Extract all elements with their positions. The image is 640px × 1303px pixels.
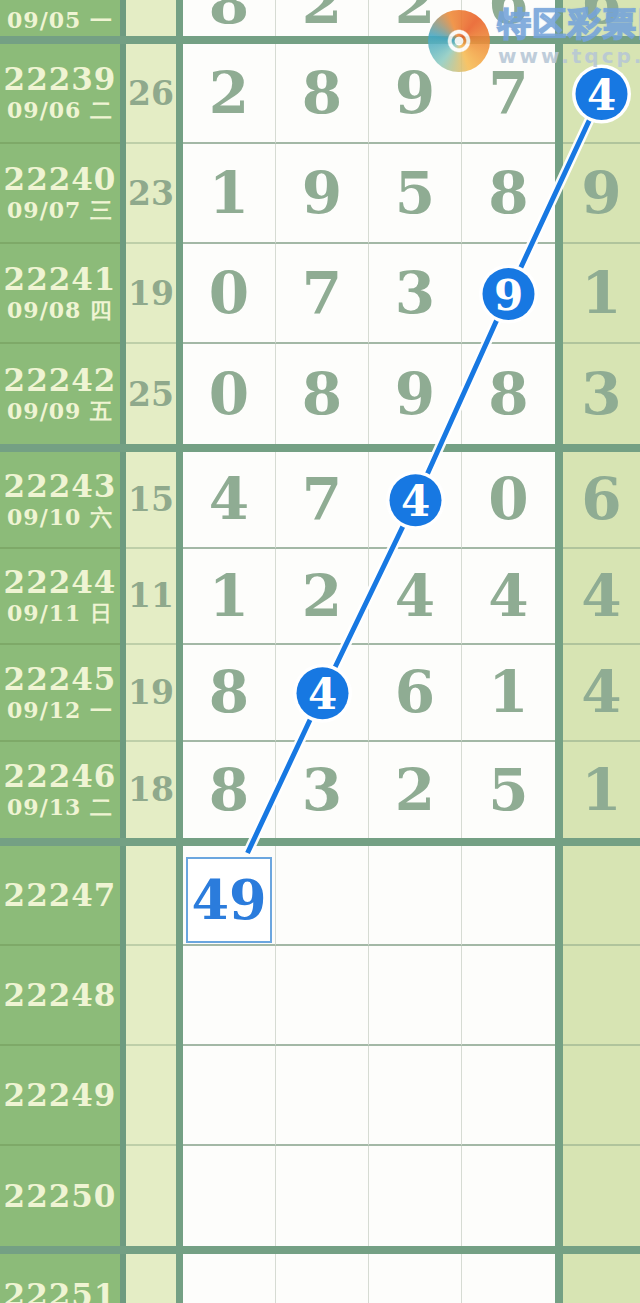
prediction-box: 49 — [186, 857, 272, 943]
group-separator — [0, 838, 640, 846]
digit-cell-d1 — [183, 1046, 276, 1146]
digit-cell-d3 — [369, 946, 462, 1046]
period-number: 22243 — [4, 469, 117, 503]
site-name: 特区彩票网 — [498, 6, 640, 42]
digit-cell-d2 — [276, 1146, 369, 1246]
weekday: 三 — [90, 198, 113, 223]
weekday: 日 — [90, 601, 113, 626]
sum-cell: 18 — [126, 742, 176, 839]
digit-value: 1 — [209, 164, 249, 222]
digit-value: 8 — [488, 365, 528, 423]
grid-right-border — [555, 742, 563, 839]
sum-cell: 25 — [126, 344, 176, 444]
grid-right-border — [555, 144, 563, 244]
grid-left-border — [176, 344, 183, 444]
period-label-cell: 22247 — [0, 846, 120, 946]
digit-value: 4 — [209, 470, 249, 528]
grid-right-border — [555, 344, 563, 444]
digit-cell-d2: 7 — [276, 452, 369, 549]
period-number: 22249 — [4, 1078, 117, 1112]
digit-cell-d4: 0 — [462, 452, 555, 549]
digit-value: 2 — [302, 567, 342, 625]
weekday: 二 — [90, 98, 113, 123]
digit-cell-d4 — [462, 1254, 555, 1303]
period-number: 22245 — [4, 662, 117, 696]
sum-cell: 19 — [126, 244, 176, 344]
grid-right-border — [555, 1146, 563, 1246]
period-label-cell: 2224009/07 三 — [0, 144, 120, 244]
period-label-cell: 22248 — [0, 946, 120, 1046]
row-22247: 2224749 — [0, 846, 640, 946]
digit-value: 4 — [581, 567, 621, 625]
draw-date: 09/08 四 — [7, 298, 113, 323]
grid-right-border — [555, 1254, 563, 1303]
chart-rows: 09/05 一822662223909/06 二2628972224009/07… — [0, 0, 640, 1303]
row-22250: 22250 — [0, 1146, 640, 1246]
period-number: 22246 — [4, 759, 117, 793]
digit-value: 8 — [209, 0, 249, 32]
digit-cell-d3 — [369, 1046, 462, 1146]
sum-cell — [126, 946, 176, 1046]
sum-cell — [126, 1254, 176, 1303]
grid-left-border — [176, 1146, 183, 1246]
digit-cell-d1 — [183, 1146, 276, 1246]
sum-cell: 26 — [126, 44, 176, 144]
weekday: 一 — [90, 698, 113, 723]
row-22248: 22248 — [0, 946, 640, 1046]
grid-left-border — [176, 144, 183, 244]
grid-right-border — [555, 645, 563, 742]
row-22246: 2224609/13 二1883251 — [0, 742, 640, 839]
digit-value: 6 — [395, 663, 435, 721]
digit-cell-d3: 9 — [369, 344, 462, 444]
digit-cell-d5: 1 — [563, 244, 640, 344]
digit-cell-d4: 1 — [462, 645, 555, 742]
digit-cell-d4: 5 — [462, 742, 555, 839]
digit-cell-d1: 2 — [183, 44, 276, 144]
draw-date: 09/12 一 — [7, 698, 113, 723]
sum-cell — [126, 0, 176, 36]
digit-value: 8 — [209, 663, 249, 721]
row-22240: 2224009/07 三2319589 — [0, 144, 640, 244]
digit-value: 7 — [302, 264, 342, 322]
digit-cell-d5 — [563, 1254, 640, 1303]
period-number: 22251 — [0, 1278, 120, 1303]
period-label-cell: 22250 — [0, 1146, 120, 1246]
group-separator — [0, 444, 640, 452]
draw-date: 09/10 六 — [7, 505, 113, 530]
sum-value: 15 — [128, 480, 174, 519]
draw-date: 09/09 五 — [7, 399, 113, 424]
digit-cell-d1: 8 — [183, 645, 276, 742]
sum-value: 25 — [128, 375, 174, 414]
digit-value: 6 — [581, 470, 621, 528]
digit-cell-d3 — [369, 1254, 462, 1303]
digit-cell-d3: 4 — [369, 549, 462, 646]
period-label-cell: 09/05 一 — [0, 0, 120, 36]
period-label-cell: 22251 — [0, 1254, 120, 1303]
weekday: 二 — [90, 795, 113, 820]
digit-value: 9 — [302, 164, 342, 222]
digit-cell-d4: 8 — [462, 344, 555, 444]
digit-cell-d2 — [276, 1254, 369, 1303]
grid-left-border — [176, 742, 183, 839]
digit-cell-d5: 3 — [563, 344, 640, 444]
digit-value: 8 — [302, 64, 342, 122]
digit-cell-d2: 8 — [276, 44, 369, 144]
digit-value: 5 — [488, 761, 528, 819]
digit-cell-d2 — [276, 645, 369, 742]
row-22245: 2224509/12 一198614 — [0, 645, 640, 742]
digit-cell-d3: 2 — [369, 742, 462, 839]
grid-left-border — [176, 452, 183, 549]
digit-value: 0 — [209, 365, 249, 423]
digit-value: 9 — [395, 64, 435, 122]
digit-cell-d5: 4 — [563, 645, 640, 742]
site-url: www.tqcp.net — [498, 44, 640, 68]
digit-cell-d1: 8 — [183, 0, 276, 36]
digit-value: 1 — [488, 663, 528, 721]
digit-value: 9 — [581, 164, 621, 222]
digit-value: 2 — [395, 761, 435, 819]
digit-value: 0 — [209, 264, 249, 322]
grid-left-border — [176, 1254, 183, 1303]
digit-cell-d1: 4 — [183, 452, 276, 549]
digit-cell-d2: 2 — [276, 549, 369, 646]
digit-value: 4 — [395, 567, 435, 625]
period-number: 22241 — [4, 262, 117, 296]
digit-cell-d5: 4 — [563, 549, 640, 646]
row-22251: 22251 — [0, 1254, 640, 1303]
grid-left-border — [176, 244, 183, 344]
sum-cell: 15 — [126, 452, 176, 549]
digit-cell-d3: 5 — [369, 144, 462, 244]
digit-cell-d2: 8 — [276, 344, 369, 444]
digit-cell-d2: 7 — [276, 244, 369, 344]
row-22243: 2224309/10 六154706 — [0, 452, 640, 549]
digit-cell-d3 — [369, 846, 462, 946]
sum-cell — [126, 1046, 176, 1146]
digit-cell-d2: 3 — [276, 742, 369, 839]
digit-value: 4 — [581, 663, 621, 721]
weekday: 六 — [90, 505, 113, 530]
prediction-value: 49 — [191, 873, 266, 927]
digit-cell-d3: 6 — [369, 645, 462, 742]
period-number: 22242 — [4, 363, 117, 397]
digit-value: 4 — [488, 567, 528, 625]
grid-left-border — [176, 0, 183, 36]
digit-value: 3 — [581, 365, 621, 423]
digit-cell-d1: 0 — [183, 244, 276, 344]
sum-value: 18 — [128, 770, 174, 809]
digit-cell-d3 — [369, 1146, 462, 1246]
grid-left-border — [176, 1046, 183, 1146]
site-watermark: 特区彩票网 www.tqcp.net — [428, 6, 640, 72]
digit-value: 1 — [581, 761, 621, 819]
group-separator — [0, 1246, 640, 1254]
digit-value: 8 — [209, 761, 249, 819]
digit-cell-d5 — [563, 846, 640, 946]
digit-cell-d2 — [276, 846, 369, 946]
digit-value: 1 — [209, 567, 249, 625]
digit-cell-d4 — [462, 946, 555, 1046]
grid-left-border — [176, 549, 183, 646]
draw-date: 09/06 二 — [7, 98, 113, 123]
grid-left-border — [176, 846, 183, 946]
period-number: 22250 — [4, 1179, 117, 1213]
digit-cell-d1 — [183, 1254, 276, 1303]
row-22249: 22249 — [0, 1046, 640, 1146]
digit-cell-d5: 9 — [563, 144, 640, 244]
digit-value: 8 — [488, 164, 528, 222]
weekday: 五 — [90, 399, 113, 424]
grid-left-border — [176, 946, 183, 1046]
digit-cell-d5 — [563, 1046, 640, 1146]
digit-cell-d4: 8 — [462, 144, 555, 244]
period-label-cell: 2224209/09 五 — [0, 344, 120, 444]
period-label-cell: 2224409/11 日 — [0, 549, 120, 646]
period-label-cell: 2224509/12 一 — [0, 645, 120, 742]
sum-cell — [126, 1146, 176, 1246]
sum-cell: 23 — [126, 144, 176, 244]
row-22244: 2224409/11 日1112444 — [0, 549, 640, 646]
digit-value: 3 — [395, 264, 435, 322]
draw-date: 09/11 日 — [7, 601, 113, 626]
period-label-cell: 2223909/06 二 — [0, 44, 120, 144]
digit-cell-d2 — [276, 1046, 369, 1146]
digit-cell-d5 — [563, 1146, 640, 1246]
row-22242: 2224209/09 五2508983 — [0, 344, 640, 444]
period-label-cell: 2224309/10 六 — [0, 452, 120, 549]
grid-left-border — [176, 645, 183, 742]
site-logo-swirl-icon — [428, 10, 490, 72]
digit-value: 0 — [488, 470, 528, 528]
sum-value: 23 — [128, 174, 174, 213]
sum-value: 26 — [128, 74, 174, 113]
digit-cell-d4 — [462, 846, 555, 946]
grid-right-border — [555, 846, 563, 946]
digit-cell-d1 — [183, 946, 276, 1046]
watermark-text: 特区彩票网 www.tqcp.net — [498, 6, 640, 68]
grid-right-border — [555, 549, 563, 646]
period-number: 22248 — [4, 978, 117, 1012]
sum-value: 19 — [128, 274, 174, 313]
digit-cell-d3: 3 — [369, 244, 462, 344]
grid-right-border — [555, 452, 563, 549]
digit-cell-d3 — [369, 452, 462, 549]
digit-cell-d4 — [462, 244, 555, 344]
row-22241: 2224109/08 四190731 — [0, 244, 640, 344]
digit-cell-d2: 2 — [276, 0, 369, 36]
weekday: 四 — [90, 298, 113, 323]
period-number: 22244 — [4, 565, 117, 599]
period-number: 22247 — [4, 878, 117, 912]
digit-value: 5 — [395, 164, 435, 222]
sum-value: 11 — [128, 576, 174, 615]
digit-cell-d4 — [462, 1046, 555, 1146]
digit-cell-d4 — [462, 1146, 555, 1246]
digit-cell-d2 — [276, 946, 369, 1046]
draw-date: 09/13 二 — [7, 795, 113, 820]
grid-right-border — [555, 244, 563, 344]
digit-value: 8 — [302, 365, 342, 423]
digit-value: 3 — [302, 761, 342, 819]
draw-date: 09/05 一 — [7, 8, 113, 33]
digit-value: 2 — [209, 64, 249, 122]
grid-right-border — [555, 946, 563, 1046]
sum-cell: 19 — [126, 645, 176, 742]
period-label-cell: 2224609/13 二 — [0, 742, 120, 839]
sum-value: 19 — [128, 673, 174, 712]
period-label-cell: 2224109/08 四 — [0, 244, 120, 344]
digit-value: 7 — [488, 64, 528, 122]
digit-value: 9 — [395, 365, 435, 423]
weekday: 一 — [90, 8, 113, 33]
grid-right-border — [555, 1046, 563, 1146]
digit-cell-d5: 1 — [563, 742, 640, 839]
period-number: 22240 — [4, 162, 117, 196]
lottery-trend-chart: 09/05 一822662223909/06 二2628972224009/07… — [0, 0, 640, 1303]
digit-cell-d1: 49 — [183, 846, 276, 946]
digit-value: 1 — [581, 264, 621, 322]
sum-cell: 11 — [126, 549, 176, 646]
digit-cell-d5: 6 — [563, 452, 640, 549]
digit-cell-d1: 8 — [183, 742, 276, 839]
draw-date: 09/07 三 — [7, 198, 113, 223]
digit-cell-d1: 1 — [183, 549, 276, 646]
digit-cell-d2: 9 — [276, 144, 369, 244]
digit-value: 2 — [302, 0, 342, 32]
digit-cell-d1: 0 — [183, 344, 276, 444]
digit-cell-d4: 4 — [462, 549, 555, 646]
digit-cell-d5 — [563, 946, 640, 1046]
sum-cell — [126, 846, 176, 946]
grid-left-border — [176, 44, 183, 144]
period-label-cell: 22249 — [0, 1046, 120, 1146]
period-number: 22239 — [4, 62, 117, 96]
digit-cell-d1: 1 — [183, 144, 276, 244]
digit-value: 7 — [302, 470, 342, 528]
